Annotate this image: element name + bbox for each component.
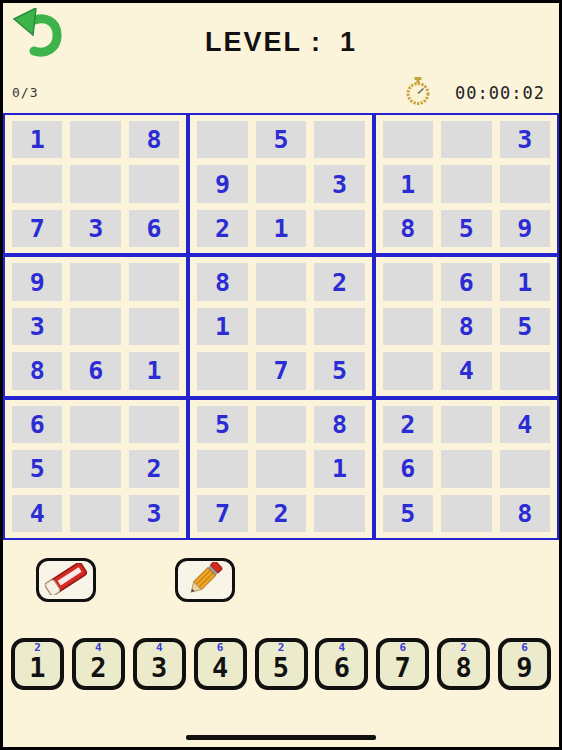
cell-r1c3[interactable]: 8 [129, 121, 179, 158]
cell-r8c4[interactable] [197, 450, 247, 487]
cell-r6c7[interactable] [383, 352, 433, 389]
box-r2c2: 82175 [188, 255, 373, 397]
digit-label: 5 [259, 653, 304, 683]
cell-r4c3[interactable] [129, 263, 179, 300]
cell-r7c7[interactable]: 2 [383, 406, 433, 443]
box-r1c3: 31859 [374, 113, 559, 255]
box-r1c1: 18736 [3, 113, 188, 255]
cell-r8c9[interactable] [500, 450, 550, 487]
level-value: 1 [340, 27, 357, 57]
numpad-key-9[interactable]: 69 [498, 638, 551, 690]
digit-label: 1 [15, 653, 60, 683]
cell-r2c7[interactable]: 1 [383, 165, 433, 202]
cell-r8c6[interactable]: 1 [314, 450, 364, 487]
cell-r5c8[interactable]: 8 [441, 308, 491, 345]
cell-r3c9[interactable]: 9 [500, 210, 550, 247]
cell-r6c5[interactable]: 7 [256, 352, 306, 389]
numpad-key-5[interactable]: 25 [255, 638, 308, 690]
cell-r7c9[interactable]: 4 [500, 406, 550, 443]
box-r2c1: 93861 [3, 255, 188, 397]
cell-r4c2[interactable] [70, 263, 120, 300]
cell-r7c6[interactable]: 8 [314, 406, 364, 443]
numpad-key-3[interactable]: 43 [133, 638, 186, 690]
box-r3c2: 58172 [188, 398, 373, 540]
cell-r1c6[interactable] [314, 121, 364, 158]
cell-r1c1[interactable]: 1 [12, 121, 62, 158]
timer: 00:00:02 [405, 77, 545, 109]
cell-r2c5[interactable] [256, 165, 306, 202]
cell-r3c2[interactable]: 3 [70, 210, 120, 247]
cell-r4c5[interactable] [256, 263, 306, 300]
cell-r8c5[interactable] [256, 450, 306, 487]
digit-label: 7 [380, 653, 425, 683]
cell-r7c1[interactable]: 6 [12, 406, 62, 443]
cell-r7c2[interactable] [70, 406, 120, 443]
cell-r6c6[interactable]: 5 [314, 352, 364, 389]
eraser-button[interactable] [36, 558, 96, 602]
timer-value: 00:00:02 [455, 83, 545, 103]
cell-r8c7[interactable]: 6 [383, 450, 433, 487]
cell-r3c1[interactable]: 7 [12, 210, 62, 247]
cell-r9c3[interactable]: 3 [129, 495, 179, 532]
cell-r5c6[interactable] [314, 308, 364, 345]
digit-label: 6 [319, 653, 364, 683]
digit-label: 2 [76, 653, 121, 683]
cell-r5c9[interactable]: 5 [500, 308, 550, 345]
numpad-key-4[interactable]: 64 [194, 638, 247, 690]
sudoku-board: 1873659321318599386182175618546524358172… [3, 113, 559, 540]
cell-r4c6[interactable]: 2 [314, 263, 364, 300]
mistakes-counter: 0/3 [12, 85, 38, 100]
box-r3c3: 24658 [374, 398, 559, 540]
cell-r9c2[interactable] [70, 495, 120, 532]
box-r1c2: 59321 [188, 113, 373, 255]
cell-r1c8[interactable] [441, 121, 491, 158]
cell-r7c5[interactable] [256, 406, 306, 443]
stopwatch-icon [405, 77, 431, 109]
cell-r1c7[interactable] [383, 121, 433, 158]
digit-label: 4 [198, 653, 243, 683]
numpad-key-2[interactable]: 42 [72, 638, 125, 690]
page-title: LEVEL :1 [3, 27, 559, 58]
cell-r4c9[interactable]: 1 [500, 263, 550, 300]
level-label: LEVEL : [205, 27, 322, 57]
home-indicator[interactable] [186, 735, 376, 740]
cell-r6c8[interactable]: 4 [441, 352, 491, 389]
cell-r9c6[interactable] [314, 495, 364, 532]
number-pad: 214243642546672869 [11, 638, 551, 690]
eraser-icon [43, 563, 89, 598]
cell-r9c1[interactable]: 4 [12, 495, 62, 532]
cell-r6c3[interactable]: 1 [129, 352, 179, 389]
cell-r1c5[interactable]: 5 [256, 121, 306, 158]
cell-r9c9[interactable]: 8 [500, 495, 550, 532]
cell-r4c8[interactable]: 6 [441, 263, 491, 300]
cell-r5c3[interactable] [129, 308, 179, 345]
cell-r8c2[interactable] [70, 450, 120, 487]
numpad-key-1[interactable]: 21 [11, 638, 64, 690]
cell-r7c3[interactable] [129, 406, 179, 443]
cell-r6c2[interactable]: 6 [70, 352, 120, 389]
cell-r9c4[interactable]: 7 [197, 495, 247, 532]
cell-r6c1[interactable]: 8 [12, 352, 62, 389]
digit-label: 3 [137, 653, 182, 683]
cell-r4c1[interactable]: 9 [12, 263, 62, 300]
cell-r2c3[interactable] [129, 165, 179, 202]
cell-r5c5[interactable] [256, 308, 306, 345]
cell-r3c3[interactable]: 6 [129, 210, 179, 247]
digit-label: 8 [441, 653, 486, 683]
cell-r5c2[interactable] [70, 308, 120, 345]
cell-r2c9[interactable] [500, 165, 550, 202]
box-r3c1: 65243 [3, 398, 188, 540]
app-screen: LEVEL :1 0/3 00:00:02 187365932131859938… [0, 0, 562, 750]
cell-r8c8[interactable] [441, 450, 491, 487]
cell-r3c5[interactable]: 1 [256, 210, 306, 247]
pencil-button[interactable] [175, 558, 235, 602]
numpad-key-7[interactable]: 67 [376, 638, 429, 690]
cell-r7c8[interactable] [441, 406, 491, 443]
cell-r1c4[interactable] [197, 121, 247, 158]
pencil-icon [182, 562, 228, 599]
cell-r1c2[interactable] [70, 121, 120, 158]
cell-r6c4[interactable] [197, 352, 247, 389]
cell-r6c9[interactable] [500, 352, 550, 389]
cell-r9c5[interactable]: 2 [256, 495, 306, 532]
cell-r3c8[interactable]: 5 [441, 210, 491, 247]
cell-r2c4[interactable]: 9 [197, 165, 247, 202]
numpad-key-6[interactable]: 46 [315, 638, 368, 690]
cell-r8c3[interactable]: 2 [129, 450, 179, 487]
cell-r2c1[interactable] [12, 165, 62, 202]
cell-r5c1[interactable]: 3 [12, 308, 62, 345]
numpad-key-8[interactable]: 28 [437, 638, 490, 690]
cell-r8c1[interactable]: 5 [12, 450, 62, 487]
cell-r2c6[interactable]: 3 [314, 165, 364, 202]
cell-r1c9[interactable]: 3 [500, 121, 550, 158]
cell-r4c7[interactable] [383, 263, 433, 300]
cell-r9c8[interactable] [441, 495, 491, 532]
cell-r3c4[interactable]: 2 [197, 210, 247, 247]
cell-r3c6[interactable] [314, 210, 364, 247]
box-r2c3: 61854 [374, 255, 559, 397]
cell-r3c7[interactable]: 8 [383, 210, 433, 247]
cell-r9c7[interactable]: 5 [383, 495, 433, 532]
cell-r2c8[interactable] [441, 165, 491, 202]
cell-r4c4[interactable]: 8 [197, 263, 247, 300]
cell-r7c4[interactable]: 5 [197, 406, 247, 443]
cell-r5c7[interactable] [383, 308, 433, 345]
cell-r5c4[interactable]: 1 [197, 308, 247, 345]
cell-r2c2[interactable] [70, 165, 120, 202]
digit-label: 9 [502, 653, 547, 683]
